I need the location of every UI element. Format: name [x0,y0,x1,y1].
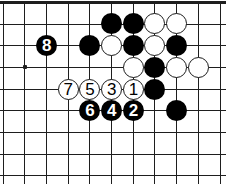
move-number: 7 [64,81,73,98]
white-stone [166,13,187,34]
move-number: 4 [107,102,116,119]
black-stone: 4 [101,100,122,121]
white-stone [144,13,165,34]
black-stone: 2 [123,100,144,121]
move-number: 6 [85,102,94,119]
black-stone [144,79,165,100]
white-stone [166,57,187,78]
black-stone [166,35,187,56]
black-stone [166,100,187,121]
black-stone [144,57,165,78]
black-stone [79,35,100,56]
go-board: 87531642 [0,0,231,184]
move-number: 8 [42,37,51,54]
move-number: 1 [129,81,138,98]
black-stone: 8 [36,35,57,56]
move-number: 5 [85,81,94,98]
move-number: 2 [129,102,138,119]
black-stone: 6 [79,100,100,121]
white-stone [188,57,209,78]
move-number: 3 [107,81,116,98]
black-stone [123,13,144,34]
white-stone: 1 [123,79,144,100]
white-stone [144,35,165,56]
black-stone [101,13,122,34]
white-stone: 3 [101,79,122,100]
white-stone: 5 [79,79,100,100]
white-stone [123,57,144,78]
white-stone [101,35,122,56]
stones-layer: 87531642 [0,0,231,184]
black-stone [123,35,144,56]
white-stone: 7 [58,79,79,100]
